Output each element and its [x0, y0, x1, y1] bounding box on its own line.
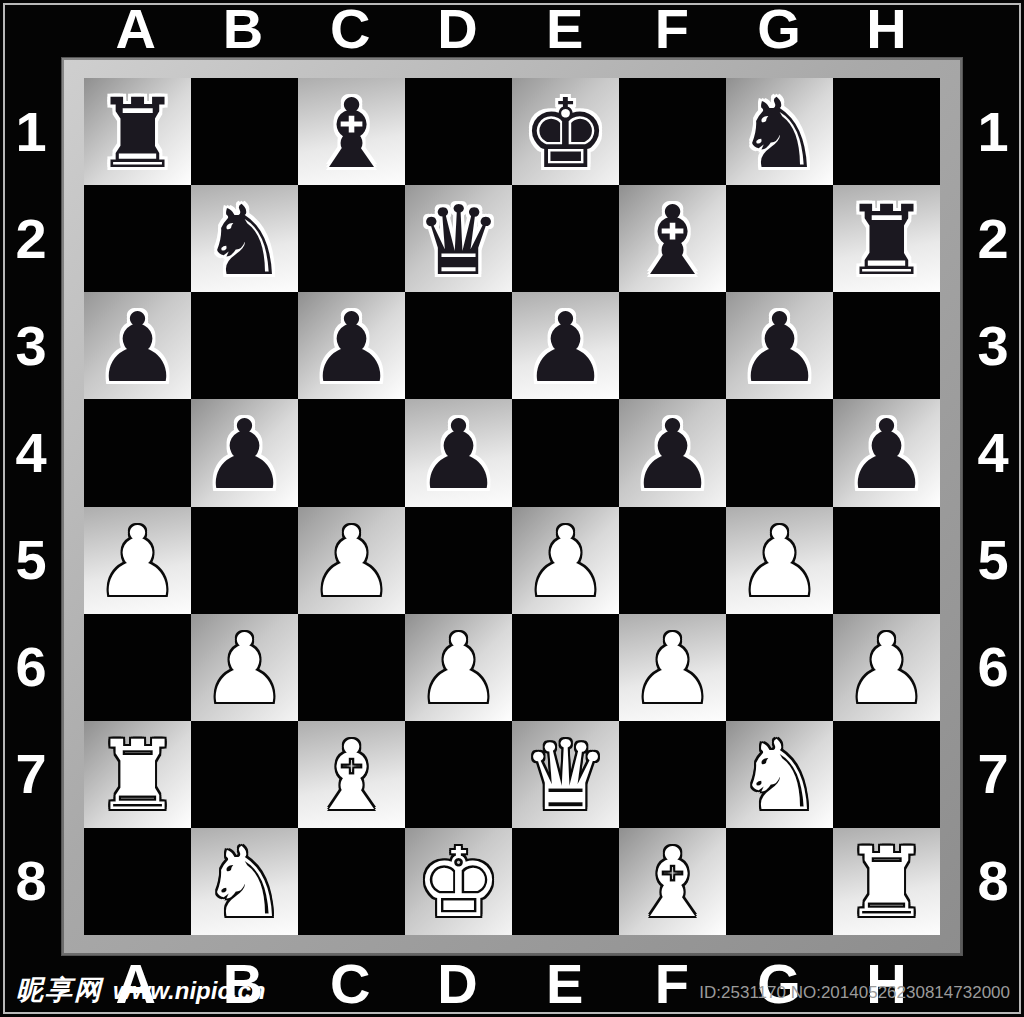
square-f2[interactable]: ♝: [619, 185, 726, 292]
watermark-site-name: 昵享网: [16, 972, 103, 1008]
rank-label-left-2: 2: [0, 185, 62, 292]
square-g3[interactable]: ♟: [726, 292, 833, 399]
white-knight[interactable]: ♞: [201, 835, 287, 931]
white-bishop[interactable]: ♝: [629, 835, 715, 931]
square-c5[interactable]: ♟: [298, 507, 405, 614]
watermark-site: 昵享网 www.nipic.cn: [16, 972, 265, 1008]
square-b5[interactable]: [191, 507, 298, 614]
file-label-top-d: D: [404, 0, 511, 58]
square-b4[interactable]: ♟: [191, 399, 298, 506]
square-h7[interactable]: [833, 721, 940, 828]
square-g6[interactable]: [726, 614, 833, 721]
file-label-top-g: G: [726, 0, 833, 58]
square-b7[interactable]: [191, 721, 298, 828]
file-label-top-b: B: [189, 0, 296, 58]
square-h6[interactable]: ♟: [833, 614, 940, 721]
rank-label-right-8: 8: [962, 828, 1024, 935]
black-knight[interactable]: ♞: [201, 193, 287, 289]
rank-label-right-2: 2: [962, 185, 1024, 292]
square-g4[interactable]: [726, 399, 833, 506]
square-h2[interactable]: ♜: [833, 185, 940, 292]
white-pawn[interactable]: ♟: [201, 621, 287, 717]
white-rook[interactable]: ♜: [94, 728, 180, 824]
black-pawn[interactable]: ♟: [201, 407, 287, 503]
rank-label-right-1: 1: [962, 78, 1024, 185]
file-label-top-h: H: [833, 0, 940, 58]
square-d1[interactable]: [405, 78, 512, 185]
rank-label-left-7: 7: [0, 721, 62, 828]
square-d2[interactable]: ♛: [405, 185, 512, 292]
file-label-top-c: C: [297, 0, 404, 58]
square-e6[interactable]: [512, 614, 619, 721]
square-f3[interactable]: [619, 292, 726, 399]
file-label-bottom-c: C: [297, 953, 404, 1015]
square-d3[interactable]: [405, 292, 512, 399]
black-knight[interactable]: ♞: [736, 86, 822, 182]
chess-board-illustration: ABCDEFGH ABCDEFGH 12345678 12345678 ♜♝♚♞…: [0, 0, 1024, 1017]
white-pawn[interactable]: ♟: [843, 621, 929, 717]
chess-board: ♜♝♚♞♞♛♝♜♟♟♟♟♟♟♟♟♟♟♟♟♟♟♟♟♜♝♛♞♞♚♝♜: [84, 78, 940, 935]
square-d4[interactable]: ♟: [405, 399, 512, 506]
file-label-top-f: F: [618, 0, 725, 58]
square-a3[interactable]: ♟: [84, 292, 191, 399]
square-c8[interactable]: [298, 828, 405, 935]
square-a8[interactable]: [84, 828, 191, 935]
white-knight[interactable]: ♞: [736, 728, 822, 824]
square-g2[interactable]: [726, 185, 833, 292]
square-f6[interactable]: ♟: [619, 614, 726, 721]
square-g1[interactable]: ♞: [726, 78, 833, 185]
square-e1[interactable]: ♚: [512, 78, 619, 185]
square-b8[interactable]: ♞: [191, 828, 298, 935]
rank-label-right-6: 6: [962, 614, 1024, 721]
black-pawn[interactable]: ♟: [522, 300, 608, 396]
black-pawn[interactable]: ♟: [629, 407, 715, 503]
square-a2[interactable]: [84, 185, 191, 292]
square-c4[interactable]: [298, 399, 405, 506]
file-label-bottom-d: D: [404, 953, 511, 1015]
square-b3[interactable]: [191, 292, 298, 399]
square-a6[interactable]: [84, 614, 191, 721]
black-pawn[interactable]: ♟: [308, 300, 394, 396]
square-g5[interactable]: ♟: [726, 507, 833, 614]
rank-label-right-4: 4: [962, 399, 1024, 506]
square-e3[interactable]: ♟: [512, 292, 619, 399]
white-pawn[interactable]: ♟: [736, 514, 822, 610]
square-b2[interactable]: ♞: [191, 185, 298, 292]
board-frame: ♜♝♚♞♞♛♝♜♟♟♟♟♟♟♟♟♟♟♟♟♟♟♟♟♜♝♛♞♞♚♝♜: [62, 58, 962, 955]
black-rook[interactable]: ♜: [843, 193, 929, 289]
square-d7[interactable]: [405, 721, 512, 828]
square-e5[interactable]: ♟: [512, 507, 619, 614]
rank-label-right-3: 3: [962, 292, 1024, 399]
square-f5[interactable]: [619, 507, 726, 614]
square-h1[interactable]: [833, 78, 940, 185]
square-h3[interactable]: [833, 292, 940, 399]
square-f4[interactable]: ♟: [619, 399, 726, 506]
white-bishop[interactable]: ♝: [308, 728, 394, 824]
file-label-top-a: A: [82, 0, 189, 58]
rank-label-right-7: 7: [962, 721, 1024, 828]
square-e4[interactable]: [512, 399, 619, 506]
black-pawn[interactable]: ♟: [94, 300, 180, 396]
white-pawn[interactable]: ♟: [308, 514, 394, 610]
black-bishop[interactable]: ♝: [629, 193, 715, 289]
white-rook[interactable]: ♜: [843, 835, 929, 931]
white-queen[interactable]: ♛: [522, 728, 608, 824]
rank-label-right-5: 5: [962, 507, 1024, 614]
black-bishop[interactable]: ♝: [308, 86, 394, 182]
rank-label-left-3: 3: [0, 292, 62, 399]
white-pawn[interactable]: ♟: [522, 514, 608, 610]
square-e8[interactable]: [512, 828, 619, 935]
square-c2[interactable]: [298, 185, 405, 292]
rank-labels-left: 12345678: [0, 78, 62, 935]
square-a7[interactable]: ♜: [84, 721, 191, 828]
black-king[interactable]: ♚: [522, 86, 608, 182]
square-d6[interactable]: ♟: [405, 614, 512, 721]
rank-label-left-8: 8: [0, 828, 62, 935]
square-b1[interactable]: [191, 78, 298, 185]
square-c6[interactable]: [298, 614, 405, 721]
white-pawn[interactable]: ♟: [94, 514, 180, 610]
file-label-bottom-e: E: [511, 953, 618, 1015]
square-f1[interactable]: [619, 78, 726, 185]
rank-label-left-4: 4: [0, 399, 62, 506]
square-f8[interactable]: ♝: [619, 828, 726, 935]
square-d8[interactable]: ♚: [405, 828, 512, 935]
square-a4[interactable]: [84, 399, 191, 506]
rank-label-left-6: 6: [0, 614, 62, 721]
black-pawn[interactable]: ♟: [415, 407, 501, 503]
square-c7[interactable]: ♝: [298, 721, 405, 828]
square-f7[interactable]: [619, 721, 726, 828]
square-g8[interactable]: [726, 828, 833, 935]
square-e2[interactable]: [512, 185, 619, 292]
square-g7[interactable]: ♞: [726, 721, 833, 828]
white-pawn[interactable]: ♟: [629, 621, 715, 717]
white-king[interactable]: ♚: [415, 835, 501, 931]
square-h8[interactable]: ♜: [833, 828, 940, 935]
white-pawn[interactable]: ♟: [415, 621, 501, 717]
square-c1[interactable]: ♝: [298, 78, 405, 185]
black-pawn[interactable]: ♟: [843, 407, 929, 503]
black-pawn[interactable]: ♟: [736, 300, 822, 396]
black-rook[interactable]: ♜: [94, 86, 180, 182]
file-label-top-e: E: [511, 0, 618, 58]
square-b6[interactable]: ♟: [191, 614, 298, 721]
square-d5[interactable]: [405, 507, 512, 614]
square-h4[interactable]: ♟: [833, 399, 940, 506]
square-h5[interactable]: [833, 507, 940, 614]
square-c3[interactable]: ♟: [298, 292, 405, 399]
rank-label-left-5: 5: [0, 507, 62, 614]
watermark-id: ID:2531170 NO:20140526230814732000: [699, 983, 1010, 1003]
watermark-site-url: www.nipic.cn: [113, 977, 265, 1005]
square-e7[interactable]: ♛: [512, 721, 619, 828]
file-labels-top: ABCDEFGH: [82, 0, 940, 58]
black-queen[interactable]: ♛: [415, 193, 501, 289]
square-a1[interactable]: ♜: [84, 78, 191, 185]
rank-label-left-1: 1: [0, 78, 62, 185]
square-a5[interactable]: ♟: [84, 507, 191, 614]
rank-labels-right: 12345678: [962, 78, 1024, 935]
